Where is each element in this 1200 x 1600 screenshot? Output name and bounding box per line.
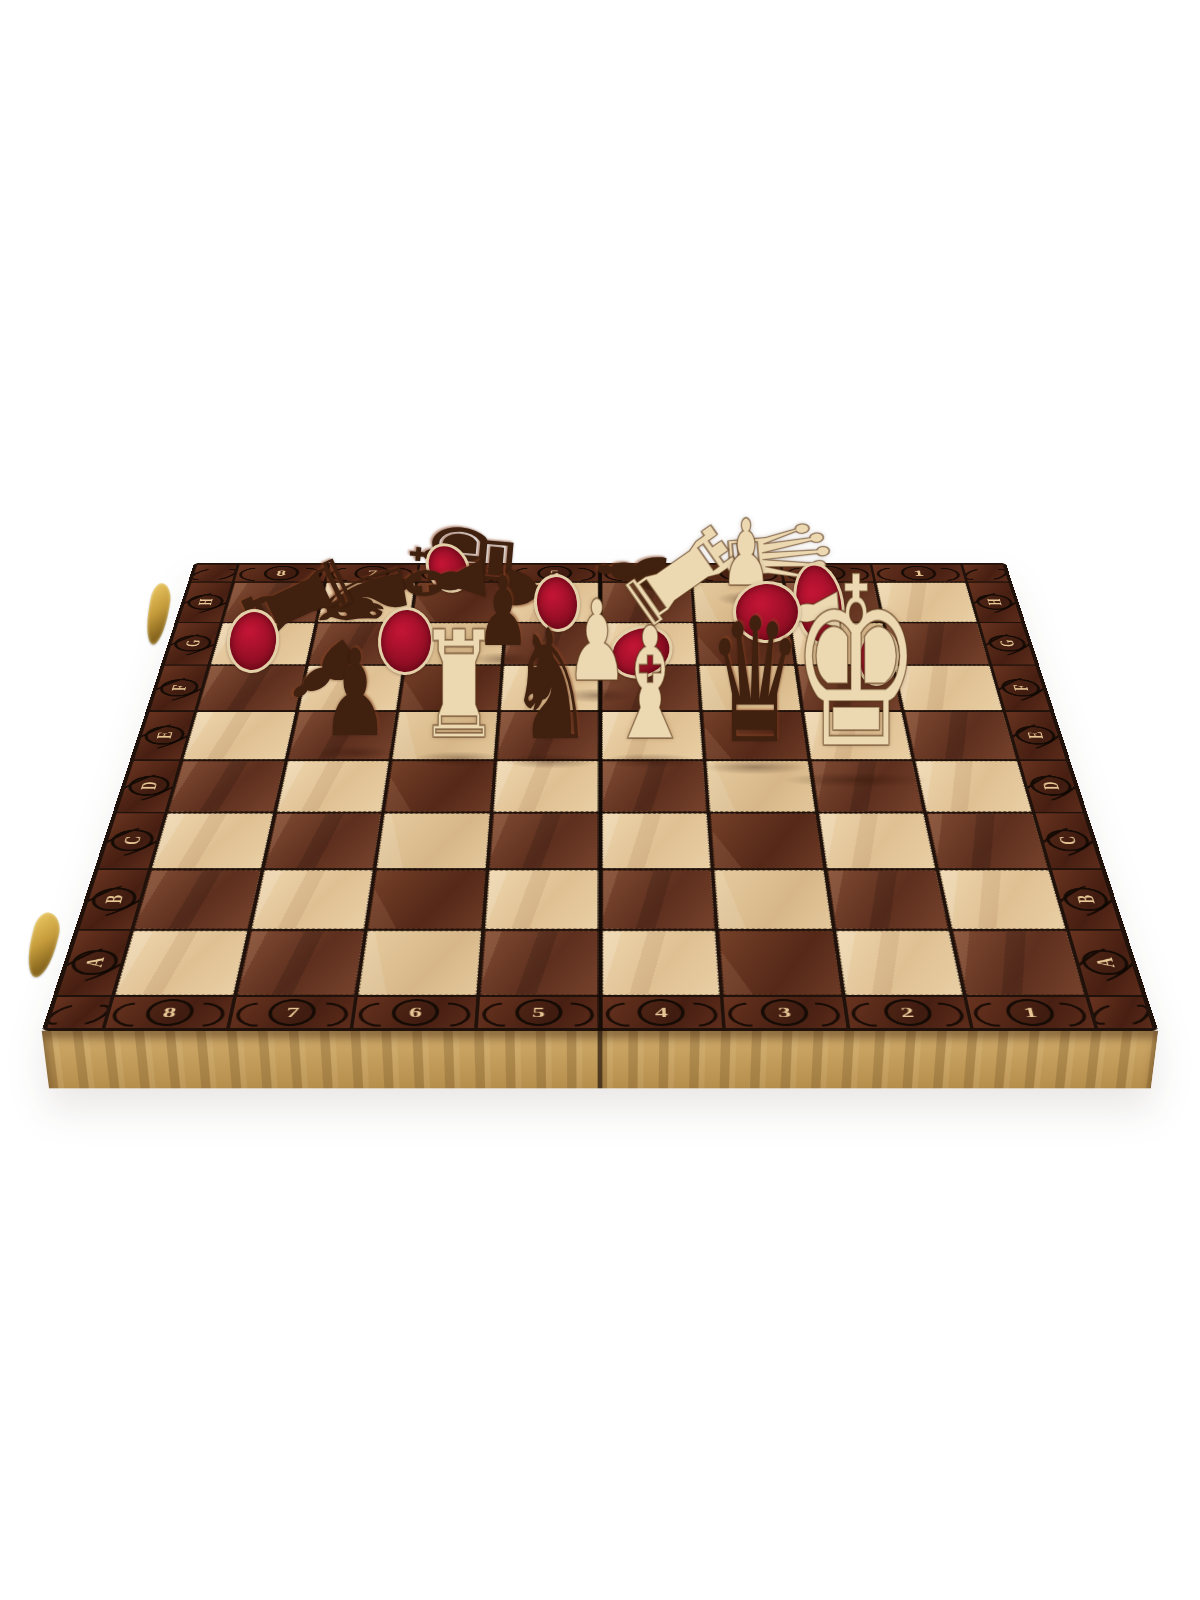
piece-dark-queen-standing: ♛ bbox=[707, 596, 803, 768]
piece-cream-king-standing: ♚ bbox=[791, 546, 922, 781]
chess-set-photo-scene: 87654321HHGGFFEEDDCCBBAA87654321 ♟♜♞♟♝♛♚… bbox=[0, 0, 1200, 1600]
piece-dark-pawn-standing: ♟ bbox=[322, 634, 389, 754]
piece-dark-knight-standing: ♞ bbox=[509, 610, 593, 762]
piece-cream-bishop-standing: ♝ bbox=[607, 607, 693, 762]
piece-cream-rook-standing: ♜ bbox=[418, 612, 500, 760]
pieces-layer: ♟♜♞♟♝♛♚♟♟♜♞♝♚♟♟♟♜♛♝ bbox=[0, 0, 1200, 1600]
